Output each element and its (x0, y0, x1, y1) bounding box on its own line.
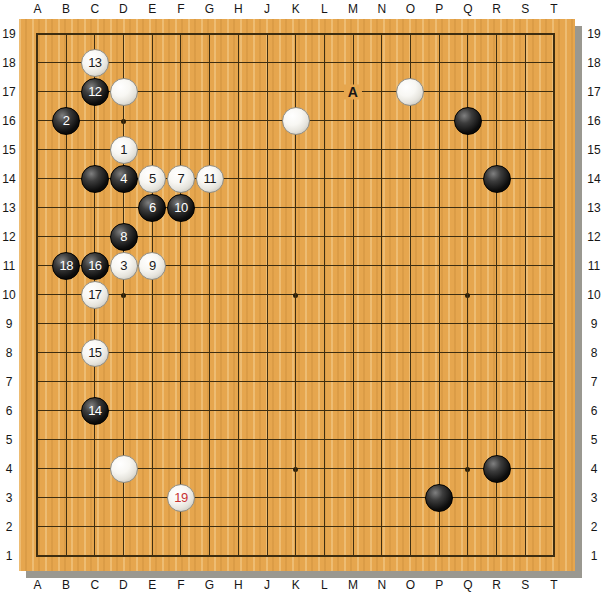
white-stone-D15-move-1[interactable]: 1 (110, 136, 138, 164)
intersection-R7[interactable] (482, 367, 511, 396)
intersection-P3[interactable] (425, 483, 454, 512)
intersection-C8[interactable]: 15 (80, 338, 109, 367)
white-stone-C18-move-13[interactable]: 13 (81, 49, 109, 77)
intersection-M15[interactable] (339, 135, 368, 164)
intersection-O13[interactable] (396, 193, 425, 222)
intersection-P4[interactable] (425, 454, 454, 483)
black-stone-B16-move-2[interactable]: 2 (52, 107, 80, 135)
intersection-T10[interactable] (539, 280, 568, 309)
intersection-Q9[interactable] (453, 309, 482, 338)
intersection-A13[interactable] (23, 193, 52, 222)
black-stone-R4[interactable] (483, 455, 511, 483)
intersection-H12[interactable] (224, 222, 253, 251)
white-stone-K16[interactable] (282, 107, 310, 135)
intersection-L16[interactable] (310, 106, 339, 135)
intersection-N13[interactable] (367, 193, 396, 222)
intersection-Q8[interactable] (453, 338, 482, 367)
intersection-F14[interactable]: 7 (166, 164, 195, 193)
intersection-Q14[interactable] (453, 164, 482, 193)
intersection-T9[interactable] (539, 309, 568, 338)
intersection-F15[interactable] (166, 135, 195, 164)
intersection-B17[interactable] (52, 77, 81, 106)
black-stone-Q16[interactable] (454, 107, 482, 135)
intersection-R17[interactable] (482, 77, 511, 106)
intersection-S6[interactable] (511, 396, 540, 425)
intersection-N14[interactable] (367, 164, 396, 193)
white-stone-D17[interactable] (110, 78, 138, 106)
intersection-A3[interactable] (23, 483, 52, 512)
intersection-N2[interactable] (367, 512, 396, 541)
intersection-J9[interactable] (253, 309, 282, 338)
intersection-A10[interactable] (23, 280, 52, 309)
intersection-P12[interactable] (425, 222, 454, 251)
intersection-H2[interactable] (224, 512, 253, 541)
white-stone-D4[interactable] (110, 455, 138, 483)
intersection-P5[interactable] (425, 425, 454, 454)
intersection-S1[interactable] (511, 541, 540, 570)
intersection-N5[interactable] (367, 425, 396, 454)
black-stone-C6-move-14[interactable]: 14 (81, 397, 109, 425)
white-stone-D11-move-3[interactable]: 3 (110, 252, 138, 280)
intersection-N11[interactable] (367, 251, 396, 280)
intersection-C1[interactable] (80, 541, 109, 570)
intersection-D4[interactable] (109, 454, 138, 483)
intersection-J2[interactable] (253, 512, 282, 541)
intersection-G17[interactable] (195, 77, 224, 106)
intersection-J16[interactable] (253, 106, 282, 135)
intersection-Q11[interactable] (453, 251, 482, 280)
intersection-L17[interactable] (310, 77, 339, 106)
intersection-P8[interactable] (425, 338, 454, 367)
intersection-A11[interactable] (23, 251, 52, 280)
intersection-T13[interactable] (539, 193, 568, 222)
intersection-O10[interactable] (396, 280, 425, 309)
intersection-J7[interactable] (253, 367, 282, 396)
intersection-E14[interactable]: 5 (138, 164, 167, 193)
intersection-T2[interactable] (539, 512, 568, 541)
intersection-C2[interactable] (80, 512, 109, 541)
intersection-L12[interactable] (310, 222, 339, 251)
intersection-F7[interactable] (166, 367, 195, 396)
intersection-F1[interactable] (166, 541, 195, 570)
intersection-R16[interactable] (482, 106, 511, 135)
intersection-C15[interactable] (80, 135, 109, 164)
intersection-G7[interactable] (195, 367, 224, 396)
intersection-G19[interactable] (195, 19, 224, 48)
intersection-L7[interactable] (310, 367, 339, 396)
black-stone-C14[interactable] (81, 165, 109, 193)
intersection-Q13[interactable] (453, 193, 482, 222)
intersection-R12[interactable] (482, 222, 511, 251)
intersection-E13[interactable]: 6 (138, 193, 167, 222)
intersection-O3[interactable] (396, 483, 425, 512)
intersection-D7[interactable] (109, 367, 138, 396)
intersection-G2[interactable] (195, 512, 224, 541)
intersection-D6[interactable] (109, 396, 138, 425)
intersection-G18[interactable] (195, 48, 224, 77)
intersection-B18[interactable] (52, 48, 81, 77)
intersection-M3[interactable] (339, 483, 368, 512)
intersection-N17[interactable] (367, 77, 396, 106)
intersection-H10[interactable] (224, 280, 253, 309)
intersection-M8[interactable] (339, 338, 368, 367)
intersection-G8[interactable] (195, 338, 224, 367)
intersection-H19[interactable] (224, 19, 253, 48)
intersection-B5[interactable] (52, 425, 81, 454)
intersection-Q4[interactable] (453, 454, 482, 483)
intersection-S18[interactable] (511, 48, 540, 77)
black-stone-F13-move-10[interactable]: 10 (167, 194, 195, 222)
intersection-P15[interactable] (425, 135, 454, 164)
intersection-M5[interactable] (339, 425, 368, 454)
intersection-L6[interactable] (310, 396, 339, 425)
intersection-C16[interactable] (80, 106, 109, 135)
intersection-K4[interactable] (281, 454, 310, 483)
intersection-C10[interactable]: 17 (80, 280, 109, 309)
intersection-H9[interactable] (224, 309, 253, 338)
intersection-E16[interactable] (138, 106, 167, 135)
intersection-A17[interactable] (23, 77, 52, 106)
intersection-C14[interactable] (80, 164, 109, 193)
intersection-L8[interactable] (310, 338, 339, 367)
intersection-R10[interactable] (482, 280, 511, 309)
intersection-F19[interactable] (166, 19, 195, 48)
intersection-N8[interactable] (367, 338, 396, 367)
intersection-Q7[interactable] (453, 367, 482, 396)
intersection-B3[interactable] (52, 483, 81, 512)
intersection-E6[interactable] (138, 396, 167, 425)
intersection-C13[interactable] (80, 193, 109, 222)
intersection-A12[interactable] (23, 222, 52, 251)
black-stone-C11-move-16[interactable]: 16 (81, 252, 109, 280)
intersection-E2[interactable] (138, 512, 167, 541)
intersection-R8[interactable] (482, 338, 511, 367)
intersection-L3[interactable] (310, 483, 339, 512)
intersection-B4[interactable] (52, 454, 81, 483)
intersection-B16[interactable]: 2 (52, 106, 81, 135)
intersection-F3[interactable]: 19 (166, 483, 195, 512)
intersection-L9[interactable] (310, 309, 339, 338)
intersection-K7[interactable] (281, 367, 310, 396)
intersection-E19[interactable] (138, 19, 167, 48)
intersection-A14[interactable] (23, 164, 52, 193)
white-stone-E14-move-5[interactable]: 5 (138, 165, 166, 193)
intersection-Q18[interactable] (453, 48, 482, 77)
black-stone-E13-move-6[interactable]: 6 (138, 194, 166, 222)
intersection-Q12[interactable] (453, 222, 482, 251)
intersection-D19[interactable] (109, 19, 138, 48)
intersection-H16[interactable] (224, 106, 253, 135)
intersection-J14[interactable] (253, 164, 282, 193)
intersection-E8[interactable] (138, 338, 167, 367)
intersection-O15[interactable] (396, 135, 425, 164)
white-stone-F14-move-7[interactable]: 7 (167, 165, 195, 193)
intersection-G3[interactable] (195, 483, 224, 512)
intersection-P9[interactable] (425, 309, 454, 338)
intersection-M2[interactable] (339, 512, 368, 541)
intersection-S11[interactable] (511, 251, 540, 280)
intersection-B7[interactable] (52, 367, 81, 396)
intersection-O12[interactable] (396, 222, 425, 251)
intersection-R15[interactable] (482, 135, 511, 164)
intersection-E11[interactable]: 9 (138, 251, 167, 280)
intersection-A7[interactable] (23, 367, 52, 396)
intersection-R11[interactable] (482, 251, 511, 280)
intersection-G10[interactable] (195, 280, 224, 309)
intersection-R5[interactable] (482, 425, 511, 454)
intersection-L19[interactable] (310, 19, 339, 48)
intersection-J17[interactable] (253, 77, 282, 106)
intersection-M1[interactable] (339, 541, 368, 570)
intersection-A19[interactable] (23, 19, 52, 48)
intersection-R14[interactable] (482, 164, 511, 193)
intersection-Q19[interactable] (453, 19, 482, 48)
intersection-N3[interactable] (367, 483, 396, 512)
intersection-T16[interactable] (539, 106, 568, 135)
intersection-T17[interactable] (539, 77, 568, 106)
intersection-D15[interactable]: 1 (109, 135, 138, 164)
intersection-L10[interactable] (310, 280, 339, 309)
intersection-G12[interactable] (195, 222, 224, 251)
intersection-O1[interactable] (396, 541, 425, 570)
intersection-L15[interactable] (310, 135, 339, 164)
intersection-L18[interactable] (310, 48, 339, 77)
intersection-F2[interactable] (166, 512, 195, 541)
intersection-D10[interactable] (109, 280, 138, 309)
intersection-T5[interactable] (539, 425, 568, 454)
intersection-E3[interactable] (138, 483, 167, 512)
intersection-G1[interactable] (195, 541, 224, 570)
intersection-A6[interactable] (23, 396, 52, 425)
intersection-P1[interactable] (425, 541, 454, 570)
intersection-D11[interactable]: 3 (109, 251, 138, 280)
intersection-N4[interactable] (367, 454, 396, 483)
intersection-E15[interactable] (138, 135, 167, 164)
intersection-D17[interactable] (109, 77, 138, 106)
intersection-M12[interactable] (339, 222, 368, 251)
intersection-E12[interactable] (138, 222, 167, 251)
intersection-K9[interactable] (281, 309, 310, 338)
intersection-B13[interactable] (52, 193, 81, 222)
intersection-T18[interactable] (539, 48, 568, 77)
intersection-C17[interactable]: 12 (80, 77, 109, 106)
intersection-R2[interactable] (482, 512, 511, 541)
intersection-N7[interactable] (367, 367, 396, 396)
intersection-P13[interactable] (425, 193, 454, 222)
black-stone-R14[interactable] (483, 165, 511, 193)
intersection-N9[interactable] (367, 309, 396, 338)
intersection-F18[interactable] (166, 48, 195, 77)
intersection-Q10[interactable] (453, 280, 482, 309)
intersection-M6[interactable] (339, 396, 368, 425)
intersection-S14[interactable] (511, 164, 540, 193)
intersection-F6[interactable] (166, 396, 195, 425)
intersection-O8[interactable] (396, 338, 425, 367)
intersection-T12[interactable] (539, 222, 568, 251)
intersection-G6[interactable] (195, 396, 224, 425)
intersection-P7[interactable] (425, 367, 454, 396)
intersection-N15[interactable] (367, 135, 396, 164)
intersection-F11[interactable] (166, 251, 195, 280)
intersection-O17[interactable] (396, 77, 425, 106)
intersection-C4[interactable] (80, 454, 109, 483)
intersection-D3[interactable] (109, 483, 138, 512)
intersection-S15[interactable] (511, 135, 540, 164)
intersection-H4[interactable] (224, 454, 253, 483)
intersection-J15[interactable] (253, 135, 282, 164)
intersection-R19[interactable] (482, 19, 511, 48)
intersection-G9[interactable] (195, 309, 224, 338)
intersection-O16[interactable] (396, 106, 425, 135)
intersection-G4[interactable] (195, 454, 224, 483)
intersection-C11[interactable]: 16 (80, 251, 109, 280)
intersection-L5[interactable] (310, 425, 339, 454)
intersection-C19[interactable] (80, 19, 109, 48)
white-stone-G14-move-11[interactable]: 11 (196, 165, 224, 193)
intersection-E4[interactable] (138, 454, 167, 483)
intersection-M10[interactable] (339, 280, 368, 309)
intersection-M16[interactable] (339, 106, 368, 135)
intersection-B8[interactable] (52, 338, 81, 367)
intersection-N6[interactable] (367, 396, 396, 425)
black-stone-P3[interactable] (425, 484, 453, 512)
black-stone-C17-move-12[interactable]: 12 (81, 78, 109, 106)
intersection-H17[interactable] (224, 77, 253, 106)
intersection-E1[interactable] (138, 541, 167, 570)
intersection-E17[interactable] (138, 77, 167, 106)
intersection-N18[interactable] (367, 48, 396, 77)
intersection-P19[interactable] (425, 19, 454, 48)
intersection-O11[interactable] (396, 251, 425, 280)
intersection-Q5[interactable] (453, 425, 482, 454)
intersection-H5[interactable] (224, 425, 253, 454)
intersection-O18[interactable] (396, 48, 425, 77)
black-stone-D14-move-4[interactable]: 4 (110, 165, 138, 193)
intersection-D13[interactable] (109, 193, 138, 222)
intersection-B6[interactable] (52, 396, 81, 425)
intersection-G13[interactable] (195, 193, 224, 222)
intersection-M18[interactable] (339, 48, 368, 77)
intersection-O14[interactable] (396, 164, 425, 193)
intersection-S4[interactable] (511, 454, 540, 483)
intersection-Q2[interactable] (453, 512, 482, 541)
intersection-E5[interactable] (138, 425, 167, 454)
intersection-E10[interactable] (138, 280, 167, 309)
intersection-S13[interactable] (511, 193, 540, 222)
intersection-K16[interactable] (281, 106, 310, 135)
intersection-F5[interactable] (166, 425, 195, 454)
intersection-K12[interactable] (281, 222, 310, 251)
intersection-M11[interactable] (339, 251, 368, 280)
intersection-L1[interactable] (310, 541, 339, 570)
intersection-O2[interactable] (396, 512, 425, 541)
intersection-F10[interactable] (166, 280, 195, 309)
intersection-B10[interactable] (52, 280, 81, 309)
intersection-T14[interactable] (539, 164, 568, 193)
intersection-C3[interactable] (80, 483, 109, 512)
intersection-E18[interactable] (138, 48, 167, 77)
intersection-L13[interactable] (310, 193, 339, 222)
intersection-R3[interactable] (482, 483, 511, 512)
intersection-O6[interactable] (396, 396, 425, 425)
intersection-K13[interactable] (281, 193, 310, 222)
intersection-T15[interactable] (539, 135, 568, 164)
intersection-R9[interactable] (482, 309, 511, 338)
intersection-J12[interactable] (253, 222, 282, 251)
intersection-A18[interactable] (23, 48, 52, 77)
intersection-J1[interactable] (253, 541, 282, 570)
intersection-K5[interactable] (281, 425, 310, 454)
black-stone-B11-move-18[interactable]: 18 (52, 252, 80, 280)
intersection-J13[interactable] (253, 193, 282, 222)
intersection-C5[interactable] (80, 425, 109, 454)
intersection-G15[interactable] (195, 135, 224, 164)
intersection-G11[interactable] (195, 251, 224, 280)
intersection-O4[interactable] (396, 454, 425, 483)
white-stone-F3-move-19[interactable]: 19 (167, 484, 195, 512)
intersection-O5[interactable] (396, 425, 425, 454)
intersection-D16[interactable] (109, 106, 138, 135)
black-stone-D12-move-8[interactable]: 8 (110, 223, 138, 251)
intersection-M9[interactable] (339, 309, 368, 338)
intersection-M13[interactable] (339, 193, 368, 222)
intersection-C12[interactable] (80, 222, 109, 251)
intersection-H13[interactable] (224, 193, 253, 222)
intersection-K18[interactable] (281, 48, 310, 77)
intersection-Q6[interactable] (453, 396, 482, 425)
intersection-D12[interactable]: 8 (109, 222, 138, 251)
intersection-T6[interactable] (539, 396, 568, 425)
intersection-B11[interactable]: 18 (52, 251, 81, 280)
intersection-D1[interactable] (109, 541, 138, 570)
intersection-H3[interactable] (224, 483, 253, 512)
intersection-T3[interactable] (539, 483, 568, 512)
intersection-J8[interactable] (253, 338, 282, 367)
intersection-M4[interactable] (339, 454, 368, 483)
intersection-D2[interactable] (109, 512, 138, 541)
intersection-K15[interactable] (281, 135, 310, 164)
intersection-O9[interactable] (396, 309, 425, 338)
intersection-F9[interactable] (166, 309, 195, 338)
intersection-B14[interactable] (52, 164, 81, 193)
intersection-N10[interactable] (367, 280, 396, 309)
intersection-B19[interactable] (52, 19, 81, 48)
intersection-T8[interactable] (539, 338, 568, 367)
intersection-A15[interactable] (23, 135, 52, 164)
intersection-F17[interactable] (166, 77, 195, 106)
intersection-H8[interactable] (224, 338, 253, 367)
intersection-P10[interactable] (425, 280, 454, 309)
intersection-T7[interactable] (539, 367, 568, 396)
intersection-M19[interactable] (339, 19, 368, 48)
intersection-P14[interactable] (425, 164, 454, 193)
intersection-P6[interactable] (425, 396, 454, 425)
intersection-R6[interactable] (482, 396, 511, 425)
intersection-F16[interactable] (166, 106, 195, 135)
intersection-S16[interactable] (511, 106, 540, 135)
intersection-H7[interactable] (224, 367, 253, 396)
intersection-F12[interactable] (166, 222, 195, 251)
intersection-Q17[interactable] (453, 77, 482, 106)
white-stone-C10-move-17[interactable]: 17 (81, 281, 109, 309)
intersection-O7[interactable] (396, 367, 425, 396)
intersection-S2[interactable] (511, 512, 540, 541)
intersection-K11[interactable] (281, 251, 310, 280)
intersection-L4[interactable] (310, 454, 339, 483)
intersection-Q15[interactable] (453, 135, 482, 164)
intersection-D9[interactable] (109, 309, 138, 338)
intersection-N16[interactable] (367, 106, 396, 135)
